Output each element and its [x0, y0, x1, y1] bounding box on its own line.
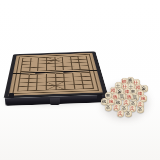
- board-cell: [28, 86, 38, 91]
- board-cell: [65, 85, 75, 90]
- xiangqi-board[interactable]: [4, 51, 108, 98]
- board-cell: [65, 81, 75, 85]
- xiangqi-piece-red[interactable]: 兵: [117, 110, 124, 117]
- board-cell: [37, 82, 46, 86]
- board-cell: [20, 79, 29, 83]
- xiangqi-piece-black[interactable]: 卒: [137, 106, 144, 113]
- board-cell: [47, 78, 56, 82]
- board-cell: [74, 77, 84, 81]
- board-frame: [4, 51, 108, 98]
- board-cell: [56, 81, 65, 85]
- board-grid: [17, 56, 94, 92]
- board-cell: [20, 75, 29, 79]
- stage: 帥將仕士仕士相象相象俥車俥車傌馬傌馬炮砲炮砲兵卒兵卒兵卒兵卒兵卒: [0, 0, 160, 160]
- board-cell: [83, 80, 93, 84]
- xiangqi-piece-black[interactable]: 卒: [125, 110, 132, 117]
- board-cell: [74, 81, 84, 85]
- board-cell: [29, 75, 38, 79]
- board-foot: [9, 93, 14, 98]
- board-cell: [64, 73, 73, 77]
- board-cell: [37, 86, 47, 91]
- board-cell: [19, 83, 29, 87]
- board-cell: [38, 74, 47, 78]
- board-cell: [82, 77, 92, 81]
- board-cell: [65, 77, 74, 81]
- board-cell: [29, 78, 38, 82]
- board-cell: [28, 82, 38, 86]
- board-surface: [9, 53, 103, 96]
- board-cell: [47, 86, 56, 91]
- clasp-latch[interactable]: [50, 98, 60, 105]
- board-cell: [84, 84, 94, 89]
- hinge-hardware-icon: [35, 72, 45, 74]
- board-cell: [38, 78, 47, 82]
- board-cell: [75, 85, 85, 90]
- board-inner-border: [12, 54, 99, 94]
- xiangqi-piece-black[interactable]: 卒: [105, 104, 112, 111]
- board-cell: [73, 73, 82, 77]
- board-cell: [56, 77, 65, 81]
- board-cell: [56, 74, 65, 78]
- board-cell: [56, 85, 66, 90]
- hinge-hardware-icon: [63, 71, 73, 73]
- board-cell: [47, 74, 56, 78]
- board-cell: [18, 87, 28, 92]
- board-cell: [47, 82, 56, 86]
- board-cell: [82, 73, 92, 77]
